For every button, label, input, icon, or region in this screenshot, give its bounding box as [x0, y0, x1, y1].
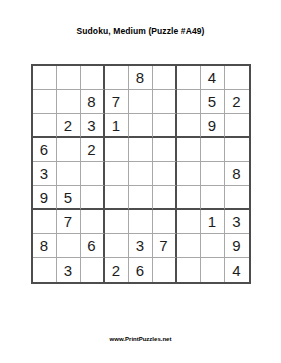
cell-r2c6[interactable]	[153, 90, 177, 114]
cell-r8c6: 7	[153, 234, 177, 258]
cell-r5c6[interactable]	[153, 162, 177, 186]
cell-r5c5[interactable]	[129, 162, 153, 186]
cell-r2c7[interactable]	[177, 90, 201, 114]
cell-r7c7[interactable]	[177, 210, 201, 234]
cell-r6c1: 9	[33, 186, 57, 210]
cell-r2c5[interactable]	[129, 90, 153, 114]
footer-site-url: www.PrintPuzzles.net	[0, 336, 281, 342]
cell-r5c9: 8	[225, 162, 249, 186]
cell-r1c4[interactable]	[105, 66, 129, 90]
cell-r3c2: 2	[57, 114, 81, 138]
cell-r4c7[interactable]	[177, 138, 201, 162]
cell-r3c5[interactable]	[129, 114, 153, 138]
cell-r4c2[interactable]	[57, 138, 81, 162]
cell-r8c3: 6	[81, 234, 105, 258]
cell-r5c7[interactable]	[177, 162, 201, 186]
cell-r4c8[interactable]	[201, 138, 225, 162]
cell-r7c5[interactable]	[129, 210, 153, 234]
cell-r9c8[interactable]	[201, 258, 225, 282]
cell-r5c2[interactable]	[57, 162, 81, 186]
cell-r8c8[interactable]	[201, 234, 225, 258]
cell-r6c5[interactable]	[129, 186, 153, 210]
cell-r7c9: 3	[225, 210, 249, 234]
cell-r4c4[interactable]	[105, 138, 129, 162]
cell-r8c9: 9	[225, 234, 249, 258]
cell-r9c6[interactable]	[153, 258, 177, 282]
cell-r3c6[interactable]	[153, 114, 177, 138]
cell-r5c1: 3	[33, 162, 57, 186]
cell-r5c8[interactable]	[201, 162, 225, 186]
cell-r9c3[interactable]	[81, 258, 105, 282]
puzzle-title: Sudoku, Medium (Puzzle #A49)	[0, 0, 281, 36]
cell-r7c2: 7	[57, 210, 81, 234]
cell-r6c9[interactable]	[225, 186, 249, 210]
cell-r2c3: 8	[81, 90, 105, 114]
cell-r1c6[interactable]	[153, 66, 177, 90]
cell-r2c1[interactable]	[33, 90, 57, 114]
cell-r9c7[interactable]	[177, 258, 201, 282]
cell-r2c9: 2	[225, 90, 249, 114]
cell-r2c2[interactable]	[57, 90, 81, 114]
cell-r6c3[interactable]	[81, 186, 105, 210]
cell-r5c3[interactable]	[81, 162, 105, 186]
cell-r6c4[interactable]	[105, 186, 129, 210]
cell-r4c1: 6	[33, 138, 57, 162]
cell-r1c1[interactable]	[33, 66, 57, 90]
cell-r8c5: 3	[129, 234, 153, 258]
cell-r4c3: 2	[81, 138, 105, 162]
cell-r6c6[interactable]	[153, 186, 177, 210]
cell-r6c8[interactable]	[201, 186, 225, 210]
cell-r8c2[interactable]	[57, 234, 81, 258]
cell-r3c1[interactable]	[33, 114, 57, 138]
cell-r1c3[interactable]	[81, 66, 105, 90]
cell-r3c3: 3	[81, 114, 105, 138]
cell-r7c6[interactable]	[153, 210, 177, 234]
cell-r7c4[interactable]	[105, 210, 129, 234]
cell-r4c9[interactable]	[225, 138, 249, 162]
cell-r7c8: 1	[201, 210, 225, 234]
sudoku-board: 8487522319623895713863793264	[31, 64, 251, 284]
cell-r1c8: 4	[201, 66, 225, 90]
cell-r6c2: 5	[57, 186, 81, 210]
cell-r6c7[interactable]	[177, 186, 201, 210]
cell-r4c5[interactable]	[129, 138, 153, 162]
cell-r7c1[interactable]	[33, 210, 57, 234]
cell-r9c4: 2	[105, 258, 129, 282]
cell-r4c6[interactable]	[153, 138, 177, 162]
cell-r5c4[interactable]	[105, 162, 129, 186]
cell-r8c4[interactable]	[105, 234, 129, 258]
cell-r1c2[interactable]	[57, 66, 81, 90]
cell-r8c1: 8	[33, 234, 57, 258]
cell-r9c5: 6	[129, 258, 153, 282]
cell-r3c7[interactable]	[177, 114, 201, 138]
cell-r3c9[interactable]	[225, 114, 249, 138]
cell-r9c9: 4	[225, 258, 249, 282]
cell-r2c8: 5	[201, 90, 225, 114]
cell-r1c7[interactable]	[177, 66, 201, 90]
puzzle-page: Sudoku, Medium (Puzzle #A49) 84875223196…	[0, 0, 281, 363]
cell-r7c3[interactable]	[81, 210, 105, 234]
cell-r3c8: 9	[201, 114, 225, 138]
cell-r1c5: 8	[129, 66, 153, 90]
cell-r1c9[interactable]	[225, 66, 249, 90]
cell-r2c4: 7	[105, 90, 129, 114]
cell-r9c2: 3	[57, 258, 81, 282]
cell-r8c7[interactable]	[177, 234, 201, 258]
cell-r9c1[interactable]	[33, 258, 57, 282]
cell-r3c4: 1	[105, 114, 129, 138]
